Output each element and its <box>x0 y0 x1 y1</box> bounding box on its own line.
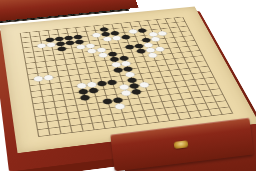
board-cell <box>216 91 229 98</box>
board-cell <box>54 130 67 138</box>
board-cell <box>130 120 143 128</box>
board-cell <box>170 109 183 117</box>
board-cell <box>188 100 201 107</box>
board-cell <box>139 113 152 121</box>
board-cell <box>183 88 196 95</box>
board-cell: ● <box>101 98 113 105</box>
board-cell <box>165 97 178 104</box>
black-stone: ● <box>130 87 143 95</box>
board-cell <box>64 122 76 130</box>
board-cell <box>41 118 53 126</box>
board-cell <box>194 113 207 121</box>
board-cell <box>160 110 173 118</box>
board-cell <box>148 80 160 87</box>
board-cell: ● <box>120 89 132 96</box>
board-cell <box>175 95 188 102</box>
board-cell <box>183 114 196 122</box>
board-cell: ● <box>124 71 136 78</box>
board-cell <box>91 99 103 106</box>
board-cell <box>80 100 92 107</box>
board-cell <box>31 125 43 133</box>
board-cell <box>158 79 170 86</box>
board-cell <box>116 109 129 117</box>
board-cell <box>143 69 155 76</box>
board-cell: ● <box>106 79 118 86</box>
board-cell <box>173 90 186 97</box>
board-cell <box>94 74 106 81</box>
board-cell <box>137 106 150 114</box>
board-cell <box>157 104 170 112</box>
board-cell <box>76 127 89 135</box>
board-cell <box>146 75 158 82</box>
board-cell <box>99 92 111 99</box>
black-stone: ● <box>79 93 91 101</box>
board-cell: ● <box>33 75 44 82</box>
board-cell <box>134 100 147 107</box>
board-cell <box>57 90 69 97</box>
board-cell <box>163 91 176 98</box>
board-cell: ● <box>96 80 108 87</box>
board-cell <box>173 115 186 123</box>
board-cell <box>61 109 73 117</box>
board-cell <box>55 84 67 91</box>
board-cell <box>25 94 37 101</box>
board-cell <box>109 123 122 131</box>
board-cell <box>50 110 62 118</box>
board-cell <box>54 79 66 86</box>
black-stone: ● <box>126 76 138 84</box>
board-cell <box>34 81 45 88</box>
board-cell <box>22 76 33 83</box>
board-cell <box>26 100 38 107</box>
board-cell <box>49 104 61 111</box>
board-cell <box>45 86 57 93</box>
board-cell <box>153 92 166 99</box>
board-cell <box>24 88 35 95</box>
board-cell <box>141 119 154 127</box>
board-cell <box>22 71 33 78</box>
board-cell <box>23 82 34 89</box>
stone-grid: ●●●●●●●●●●●●●●●●●●●●●●●●●●●●●●●●●●●●●●●●… <box>15 14 239 140</box>
board-cell <box>104 73 116 80</box>
board-cell <box>51 116 63 124</box>
board-cell <box>44 80 55 87</box>
board-cell: ● <box>112 96 124 103</box>
board-cell: ● <box>126 77 138 84</box>
board-cell <box>190 81 203 88</box>
board-cell <box>36 93 48 100</box>
board-cell <box>27 106 39 114</box>
board-cell <box>63 72 74 79</box>
board-cell <box>203 86 216 93</box>
go-set-photo: ●●●●●●●●●●●●●●●●●●●●●●●●●●●●●●●●●●●●●●●●… <box>0 0 256 171</box>
board-cell <box>225 109 239 117</box>
board-cell <box>53 73 64 80</box>
board-cell <box>37 99 49 106</box>
board-cell <box>38 105 50 113</box>
board-cell <box>70 101 82 108</box>
board-cell <box>170 84 183 91</box>
board-cell: ● <box>86 81 98 88</box>
black-stone: ● <box>87 86 99 94</box>
board-cell <box>155 98 168 105</box>
board-cell <box>149 111 162 119</box>
board-cell <box>181 108 194 116</box>
board-cell <box>83 70 95 77</box>
board-cell <box>118 115 131 123</box>
board-cell <box>201 105 214 113</box>
board-cell <box>74 77 86 84</box>
board-cell <box>126 108 139 116</box>
board-cell <box>48 97 60 104</box>
board-cell <box>178 102 191 109</box>
board-cell <box>105 110 118 118</box>
board-cell <box>82 106 94 114</box>
board-cell: ● <box>43 74 54 81</box>
board-cell <box>215 110 229 118</box>
board-cell: ● <box>130 88 142 95</box>
black-stone: ● <box>96 79 108 87</box>
board-cell <box>178 77 190 84</box>
board-cell <box>136 76 148 83</box>
board-cell <box>120 122 133 130</box>
board-cell: ● <box>128 82 140 89</box>
board-cell: ● <box>138 81 150 88</box>
board-cell <box>103 104 115 111</box>
board-cell: ● <box>118 84 130 91</box>
black-stone: ● <box>111 96 124 104</box>
white-stone: ● <box>138 81 151 89</box>
board-cell <box>98 124 111 132</box>
board-cell <box>168 78 180 85</box>
white-stone: ● <box>43 74 55 82</box>
board-cell <box>187 76 200 83</box>
board-cell <box>124 101 137 108</box>
board-cell: ● <box>77 88 89 95</box>
board-cell <box>73 114 85 122</box>
board-cell <box>142 93 155 100</box>
board-cell <box>107 116 120 124</box>
board-cell <box>53 123 65 131</box>
board-cell <box>96 118 109 126</box>
board-cell: ● <box>76 82 88 89</box>
white-stone: ● <box>118 83 130 91</box>
board-cell <box>193 87 206 94</box>
board-cell <box>186 94 199 101</box>
board-cell <box>156 73 168 80</box>
board-cell <box>75 120 88 128</box>
board-cell <box>64 78 76 85</box>
board-cell <box>84 75 96 82</box>
board-cell <box>198 99 211 106</box>
board-cell <box>89 93 101 100</box>
board-cell <box>206 92 219 99</box>
brass-handle-icon <box>174 140 189 149</box>
board-cell <box>222 103 235 110</box>
board-cell: ● <box>114 103 127 110</box>
board-cell <box>191 107 204 115</box>
board-cell <box>73 71 84 78</box>
board-cell <box>68 95 80 102</box>
board-cell <box>147 105 160 113</box>
board-cell <box>59 102 71 109</box>
board-cell <box>42 124 54 132</box>
board-cell <box>62 115 74 123</box>
board-cell <box>29 112 41 120</box>
board-cell <box>212 104 225 112</box>
board-cell <box>84 113 96 121</box>
black-stone: ● <box>101 97 114 105</box>
board-cell <box>122 95 134 102</box>
board-cell: ● <box>87 87 99 94</box>
board-cell <box>160 85 173 92</box>
board-cell <box>39 111 51 119</box>
board-cell <box>66 83 78 90</box>
board-cell <box>32 132 44 140</box>
board-cell <box>93 105 105 113</box>
board-cell <box>71 107 83 115</box>
board-cell <box>43 131 56 139</box>
board-cell: ● <box>79 94 91 101</box>
white-stone: ● <box>124 70 136 77</box>
black-stone: ● <box>77 87 89 95</box>
board-cell <box>209 98 222 105</box>
black-stone: ● <box>106 78 118 86</box>
board-cell <box>67 89 79 96</box>
white-stone: ● <box>120 89 133 97</box>
board-cell <box>207 74 220 81</box>
board-cell <box>132 94 145 101</box>
board-cell <box>200 80 213 87</box>
board-cell <box>162 117 175 125</box>
board-cell <box>94 111 107 119</box>
board-cell <box>46 91 58 98</box>
board-cell <box>110 90 122 97</box>
board-cell <box>204 68 217 75</box>
white-stone: ● <box>113 102 126 110</box>
board-cell <box>219 97 232 104</box>
board-cell <box>114 72 126 79</box>
board-cell <box>145 99 158 106</box>
white-stone: ● <box>75 82 87 90</box>
board-cell <box>35 87 47 94</box>
board-cell <box>185 70 197 77</box>
board-cell <box>108 85 120 92</box>
board-cell <box>152 118 165 126</box>
board-cell <box>180 83 193 90</box>
board-cell <box>65 128 78 136</box>
board-cell <box>204 112 218 120</box>
board-cell <box>168 103 181 110</box>
board-cell <box>195 69 207 76</box>
board-cell <box>213 85 226 92</box>
board-cell <box>134 70 146 77</box>
board-cell <box>58 96 70 103</box>
board-cell <box>32 70 43 77</box>
board-cell <box>30 119 42 127</box>
board-cell <box>175 71 187 78</box>
board-cell <box>150 86 162 93</box>
board-cell <box>140 87 152 94</box>
white-stone: ● <box>32 75 43 83</box>
board-cell <box>210 79 223 86</box>
board-cell <box>165 72 177 79</box>
board-cell <box>98 86 110 93</box>
board-cell <box>87 126 100 134</box>
board-cell <box>197 75 210 82</box>
board-cell <box>85 119 98 127</box>
board-cell <box>196 93 209 100</box>
white-stone: ● <box>86 80 98 88</box>
board-cell <box>128 114 141 122</box>
board-cell <box>116 78 128 85</box>
black-stone: ● <box>128 82 141 90</box>
